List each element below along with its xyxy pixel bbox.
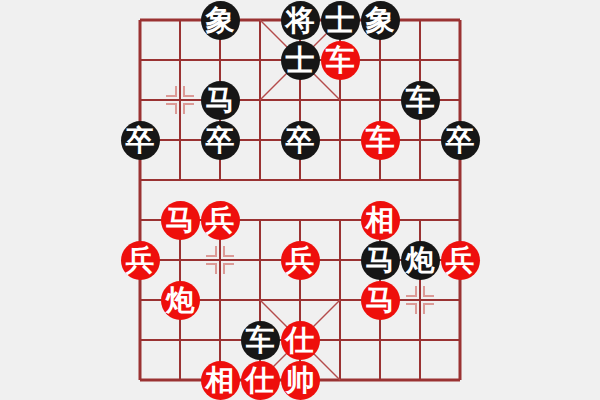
piece-black-horse[interactable]: 马	[201, 81, 240, 120]
point-marker-corner	[206, 246, 217, 257]
piece-red-chariot[interactable]: 车	[321, 41, 360, 80]
piece-black-elephant[interactable]: 象	[361, 1, 400, 40]
piece-red-soldier[interactable]: 兵	[121, 241, 160, 280]
point-marker-corner	[183, 86, 194, 97]
piece-red-soldier[interactable]: 兵	[281, 241, 320, 280]
point-marker-corner	[423, 303, 434, 314]
xiangqi-board: 象将士象士车马车卒卒卒车卒马兵相兵兵马炮兵炮马车仕相仕帅	[140, 20, 460, 380]
point-marker-corner	[183, 103, 194, 114]
point-marker-corner	[223, 246, 234, 257]
piece-red-soldier[interactable]: 兵	[441, 241, 480, 280]
xiangqi-app: 象将士象士车马车卒卒卒车卒马兵相兵兵马炮兵炮马车仕相仕帅	[0, 0, 600, 400]
point-marker-corner	[223, 263, 234, 274]
piece-black-general[interactable]: 将	[281, 1, 320, 40]
piece-red-soldier[interactable]: 兵	[201, 201, 240, 240]
point-marker-corner	[166, 103, 177, 114]
piece-red-general[interactable]: 帅	[281, 361, 320, 400]
piece-black-cannon[interactable]: 炮	[401, 241, 440, 280]
point-marker-corner	[206, 263, 217, 274]
piece-red-horse[interactable]: 马	[161, 201, 200, 240]
piece-black-soldier[interactable]: 卒	[441, 121, 480, 160]
point-marker-corner	[423, 286, 434, 297]
piece-black-soldier[interactable]: 卒	[281, 121, 320, 160]
piece-red-advisor[interactable]: 仕	[281, 321, 320, 360]
piece-red-horse[interactable]: 马	[361, 281, 400, 320]
piece-black-soldier[interactable]: 卒	[201, 121, 240, 160]
point-marker	[206, 246, 234, 274]
piece-red-advisor[interactable]: 仕	[241, 361, 280, 400]
piece-red-cannon[interactable]: 炮	[161, 281, 200, 320]
piece-red-chariot[interactable]: 车	[361, 121, 400, 160]
point-marker-corner	[406, 303, 417, 314]
piece-black-advisor[interactable]: 士	[281, 41, 320, 80]
piece-black-soldier[interactable]: 卒	[121, 121, 160, 160]
point-marker	[166, 86, 194, 114]
piece-red-elephant[interactable]: 相	[201, 361, 240, 400]
piece-black-advisor[interactable]: 士	[321, 1, 360, 40]
point-marker	[406, 286, 434, 314]
piece-black-horse[interactable]: 马	[361, 241, 400, 280]
point-marker-corner	[166, 86, 177, 97]
piece-black-elephant[interactable]: 象	[201, 1, 240, 40]
piece-black-chariot[interactable]: 车	[401, 81, 440, 120]
point-marker-corner	[406, 286, 417, 297]
piece-black-chariot[interactable]: 车	[241, 321, 280, 360]
piece-red-elephant[interactable]: 相	[361, 201, 400, 240]
